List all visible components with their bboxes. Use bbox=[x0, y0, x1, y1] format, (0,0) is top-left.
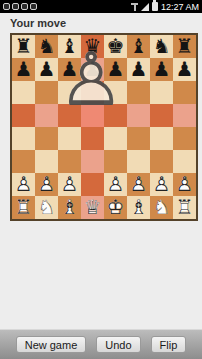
board-square[interactable] bbox=[104, 150, 127, 173]
black-pawn[interactable]: ♟ bbox=[173, 58, 196, 81]
board-square[interactable]: ♞♘ bbox=[150, 196, 173, 219]
white-queen[interactable]: ♕ bbox=[81, 196, 104, 219]
black-bishop[interactable]: ♝ bbox=[127, 35, 150, 58]
board-square[interactable]: ♟ bbox=[173, 58, 196, 81]
notification-area bbox=[3, 3, 37, 10]
flip-button[interactable]: Flip bbox=[151, 336, 187, 353]
dragged-white-pawn[interactable]: ♟ ♙ bbox=[58, 51, 92, 107]
board-square[interactable] bbox=[127, 81, 150, 104]
undo-button[interactable]: Undo bbox=[96, 336, 140, 353]
chess-board[interactable]: ♜♞♝♛♚♝♞♜♟♟♟♟♟♟♟♟♟♙♟♙♟♙♟♙♟♙♟♙♟♙♜♖♞♘♝♗♛♕♚♔… bbox=[10, 33, 198, 221]
notification-icon bbox=[12, 3, 19, 10]
black-pawn[interactable]: ♟ bbox=[127, 58, 150, 81]
white-rook[interactable]: ♖ bbox=[173, 196, 196, 219]
board-square[interactable]: ♟♙ bbox=[104, 173, 127, 196]
white-pawn[interactable]: ♙ bbox=[150, 173, 173, 196]
board-square[interactable] bbox=[12, 104, 35, 127]
board-square[interactable] bbox=[12, 127, 35, 150]
board-square[interactable]: ♜ bbox=[173, 35, 196, 58]
board-square[interactable]: ♞♘ bbox=[35, 196, 58, 219]
status-indicators: 12:27 AM bbox=[131, 2, 199, 12]
board-square[interactable]: ♟♙ bbox=[35, 173, 58, 196]
board-square[interactable] bbox=[173, 81, 196, 104]
board-square[interactable] bbox=[58, 150, 81, 173]
black-pawn[interactable]: ♟ bbox=[150, 58, 173, 81]
no-signal-t-icon bbox=[131, 3, 138, 11]
board-square[interactable]: ♞ bbox=[150, 35, 173, 58]
black-pawn[interactable]: ♟ bbox=[12, 58, 35, 81]
board-square[interactable] bbox=[35, 81, 58, 104]
board-square[interactable]: ♟ bbox=[35, 58, 58, 81]
board-square[interactable]: ♟♙ bbox=[150, 173, 173, 196]
board-square[interactable] bbox=[150, 81, 173, 104]
white-rook[interactable]: ♖ bbox=[12, 196, 35, 219]
bottom-toolbar: New game Undo Flip bbox=[0, 329, 202, 359]
app-screen: 12:27 AM Your move ♜♞♝♛♚♝♞♜♟♟♟♟♟♟♟♟♟♙♟♙♟… bbox=[0, 0, 202, 359]
board-square[interactable] bbox=[35, 150, 58, 173]
white-pawn[interactable]: ♙ bbox=[58, 173, 81, 196]
board-square[interactable]: ♞ bbox=[35, 35, 58, 58]
board-square[interactable]: ♜♖ bbox=[12, 196, 35, 219]
board-square[interactable] bbox=[150, 150, 173, 173]
board-square[interactable]: ♝♗ bbox=[58, 196, 81, 219]
white-pawn-outline-glyph: ♙ bbox=[58, 51, 92, 107]
board-square[interactable]: ♟ bbox=[150, 58, 173, 81]
board-square[interactable] bbox=[104, 127, 127, 150]
white-bishop[interactable]: ♗ bbox=[58, 196, 81, 219]
new-game-button[interactable]: New game bbox=[16, 336, 87, 353]
black-rook[interactable]: ♜ bbox=[173, 35, 196, 58]
board-square[interactable]: ♟♙ bbox=[173, 173, 196, 196]
board-square[interactable] bbox=[127, 127, 150, 150]
board-square[interactable] bbox=[12, 150, 35, 173]
move-status-text: Your move bbox=[0, 13, 202, 33]
board-square[interactable]: ♟ bbox=[12, 58, 35, 81]
black-rook[interactable]: ♜ bbox=[12, 35, 35, 58]
board-square[interactable] bbox=[150, 127, 173, 150]
white-pawn[interactable]: ♙ bbox=[35, 173, 58, 196]
board-square[interactable]: ♝♗ bbox=[127, 196, 150, 219]
board-square[interactable] bbox=[150, 104, 173, 127]
board-square[interactable] bbox=[173, 104, 196, 127]
white-knight[interactable]: ♘ bbox=[150, 196, 173, 219]
board-square[interactable] bbox=[35, 104, 58, 127]
board-square[interactable]: ♝ bbox=[127, 35, 150, 58]
white-pawn[interactable]: ♙ bbox=[12, 173, 35, 196]
board-square[interactable] bbox=[173, 127, 196, 150]
board-square[interactable] bbox=[35, 127, 58, 150]
board-square[interactable] bbox=[127, 150, 150, 173]
notification-icon bbox=[3, 3, 10, 10]
board-square[interactable] bbox=[58, 127, 81, 150]
board-square[interactable]: ♚♔ bbox=[104, 196, 127, 219]
board-square[interactable]: ♜ bbox=[12, 35, 35, 58]
board-square[interactable]: ♛♕ bbox=[81, 196, 104, 219]
white-knight[interactable]: ♘ bbox=[35, 196, 58, 219]
white-pawn[interactable]: ♙ bbox=[104, 173, 127, 196]
board-square[interactable] bbox=[173, 150, 196, 173]
signal-strength-icon bbox=[141, 3, 149, 11]
status-bar: 12:27 AM bbox=[0, 0, 202, 13]
board-square[interactable]: ♟ bbox=[127, 58, 150, 81]
black-pawn[interactable]: ♟ bbox=[35, 58, 58, 81]
board-square[interactable] bbox=[127, 104, 150, 127]
notification-icon bbox=[21, 3, 28, 10]
battery-icon bbox=[152, 2, 158, 11]
white-king[interactable]: ♔ bbox=[104, 196, 127, 219]
board-square[interactable]: ♟♙ bbox=[127, 173, 150, 196]
board-square[interactable] bbox=[12, 81, 35, 104]
board-square[interactable] bbox=[81, 173, 104, 196]
white-bishop[interactable]: ♗ bbox=[127, 196, 150, 219]
board-square[interactable]: ♟♙ bbox=[12, 173, 35, 196]
notification-icon bbox=[30, 3, 37, 10]
white-pawn[interactable]: ♙ bbox=[173, 173, 196, 196]
board-square[interactable] bbox=[81, 127, 104, 150]
board-square[interactable] bbox=[81, 150, 104, 173]
clock-text: 12:27 AM bbox=[161, 2, 199, 12]
black-knight[interactable]: ♞ bbox=[150, 35, 173, 58]
black-knight[interactable]: ♞ bbox=[35, 35, 58, 58]
board-square[interactable]: ♟♙ bbox=[58, 173, 81, 196]
white-pawn[interactable]: ♙ bbox=[127, 173, 150, 196]
board-square[interactable]: ♜♖ bbox=[173, 196, 196, 219]
